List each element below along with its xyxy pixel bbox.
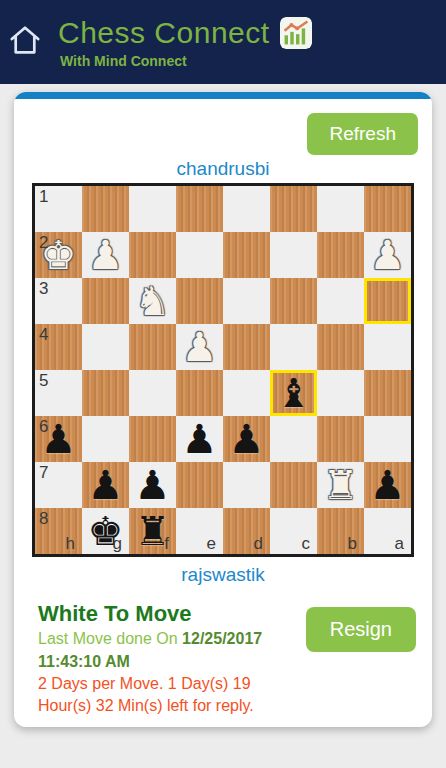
square-b7[interactable]: ♜ bbox=[317, 462, 364, 508]
square-d8[interactable]: d bbox=[223, 508, 270, 554]
square-c7[interactable] bbox=[270, 462, 317, 508]
square-h7[interactable]: 7 bbox=[35, 462, 82, 508]
square-b5[interactable] bbox=[317, 370, 364, 416]
square-c2[interactable] bbox=[270, 232, 317, 278]
chess-board: 12♚♟♟3♞4♟5♝6♟♟♟7♟♟♜♟8hg♚f♜edcba bbox=[32, 183, 414, 557]
rank-label-4: 4 bbox=[39, 325, 48, 345]
app-header: Chess Connect With Mind Connect bbox=[0, 0, 446, 84]
square-c5[interactable]: ♝ bbox=[270, 370, 317, 416]
square-e6[interactable]: ♟ bbox=[176, 416, 223, 462]
square-h4[interactable]: 4 bbox=[35, 324, 82, 370]
black-pawn-piece: ♟ bbox=[135, 465, 171, 505]
square-f7[interactable]: ♟ bbox=[129, 462, 176, 508]
file-label-f: f bbox=[164, 534, 169, 554]
square-b3[interactable] bbox=[317, 278, 364, 324]
file-label-h: h bbox=[66, 534, 75, 554]
file-label-g: g bbox=[113, 534, 122, 554]
square-f4[interactable] bbox=[129, 324, 176, 370]
square-f6[interactable] bbox=[129, 416, 176, 462]
square-g8[interactable]: g♚ bbox=[82, 508, 129, 554]
square-g7[interactable]: ♟ bbox=[82, 462, 129, 508]
square-a1[interactable] bbox=[364, 186, 411, 232]
square-b2[interactable] bbox=[317, 232, 364, 278]
file-label-e: e bbox=[207, 534, 216, 554]
resign-button[interactable]: Resign bbox=[306, 607, 416, 652]
stats-chart-icon bbox=[280, 17, 312, 49]
time-remaining-text: 2 Days per Move. 1 Day(s) 19 Hour(s) 32 … bbox=[38, 673, 306, 717]
square-f3[interactable]: ♞ bbox=[129, 278, 176, 324]
white-pawn-piece: ♟ bbox=[182, 327, 218, 367]
black-pawn-piece: ♟ bbox=[370, 465, 406, 505]
square-f5[interactable] bbox=[129, 370, 176, 416]
square-e1[interactable] bbox=[176, 186, 223, 232]
file-label-d: d bbox=[254, 534, 263, 554]
square-b6[interactable] bbox=[317, 416, 364, 462]
square-d4[interactable] bbox=[223, 324, 270, 370]
square-a8[interactable]: a bbox=[364, 508, 411, 554]
square-d2[interactable] bbox=[223, 232, 270, 278]
last-move-info: Last Move done On 12/25/2017 11:43:10 AM bbox=[38, 627, 306, 673]
square-a5[interactable] bbox=[364, 370, 411, 416]
square-a2[interactable]: ♟ bbox=[364, 232, 411, 278]
rank-label-3: 3 bbox=[39, 279, 48, 299]
refresh-button[interactable]: Refresh bbox=[307, 113, 418, 155]
square-h5[interactable]: 5 bbox=[35, 370, 82, 416]
square-g2[interactable]: ♟ bbox=[82, 232, 129, 278]
square-c1[interactable] bbox=[270, 186, 317, 232]
home-button[interactable] bbox=[0, 0, 50, 84]
square-b1[interactable] bbox=[317, 186, 364, 232]
square-d3[interactable] bbox=[223, 278, 270, 324]
square-a6[interactable] bbox=[364, 416, 411, 462]
square-b4[interactable] bbox=[317, 324, 364, 370]
square-e5[interactable] bbox=[176, 370, 223, 416]
game-card: Refresh chandrusbi 12♚♟♟3♞4♟5♝6♟♟♟7♟♟♜♟8… bbox=[14, 92, 432, 727]
square-c6[interactable] bbox=[270, 416, 317, 462]
square-c8[interactable]: c bbox=[270, 508, 317, 554]
file-label-a: a bbox=[395, 534, 404, 554]
square-e3[interactable] bbox=[176, 278, 223, 324]
white-pawn-piece: ♟ bbox=[88, 235, 124, 275]
opponent-name: chandrusbi bbox=[14, 157, 432, 181]
square-d6[interactable]: ♟ bbox=[223, 416, 270, 462]
app-subtitle: With Mind Connect bbox=[60, 53, 312, 69]
app-title: Chess Connect bbox=[58, 16, 270, 50]
rank-label-8: 8 bbox=[39, 509, 48, 529]
square-f8[interactable]: f♜ bbox=[129, 508, 176, 554]
square-e7[interactable] bbox=[176, 462, 223, 508]
square-g3[interactable] bbox=[82, 278, 129, 324]
rank-label-5: 5 bbox=[39, 371, 48, 391]
square-d5[interactable] bbox=[223, 370, 270, 416]
black-bishop-piece: ♝ bbox=[276, 373, 312, 413]
rank-label-7: 7 bbox=[39, 463, 48, 483]
last-move-label: Last Move done On bbox=[38, 630, 178, 647]
rank-label-2: 2 bbox=[39, 233, 48, 253]
square-d1[interactable] bbox=[223, 186, 270, 232]
rank-label-1: 1 bbox=[39, 187, 48, 207]
white-pawn-piece: ♟ bbox=[370, 235, 406, 275]
turn-indicator: White To Move bbox=[38, 601, 306, 627]
white-rook-piece: ♜ bbox=[323, 465, 359, 505]
home-icon bbox=[7, 22, 43, 62]
square-f1[interactable] bbox=[129, 186, 176, 232]
card-top-accent bbox=[14, 92, 432, 99]
square-c3[interactable] bbox=[270, 278, 317, 324]
white-knight-piece: ♞ bbox=[135, 281, 171, 321]
square-d7[interactable] bbox=[223, 462, 270, 508]
square-g4[interactable] bbox=[82, 324, 129, 370]
square-h3[interactable]: 3 bbox=[35, 278, 82, 324]
square-g1[interactable] bbox=[82, 186, 129, 232]
square-h8[interactable]: 8h bbox=[35, 508, 82, 554]
black-pawn-piece: ♟ bbox=[182, 419, 218, 459]
black-pawn-piece: ♟ bbox=[229, 419, 265, 459]
square-e8[interactable]: e bbox=[176, 508, 223, 554]
file-label-b: b bbox=[348, 534, 357, 554]
square-e2[interactable] bbox=[176, 232, 223, 278]
square-g5[interactable] bbox=[82, 370, 129, 416]
file-label-c: c bbox=[302, 534, 311, 554]
square-h6[interactable]: 6♟ bbox=[35, 416, 82, 462]
square-b8[interactable]: b bbox=[317, 508, 364, 554]
square-a4[interactable] bbox=[364, 324, 411, 370]
square-e4[interactable]: ♟ bbox=[176, 324, 223, 370]
player-name: rajswastik bbox=[14, 563, 432, 587]
square-g6[interactable] bbox=[82, 416, 129, 462]
square-c4[interactable] bbox=[270, 324, 317, 370]
square-h2[interactable]: 2♚ bbox=[35, 232, 82, 278]
square-a7[interactable]: ♟ bbox=[364, 462, 411, 508]
square-f2[interactable] bbox=[129, 232, 176, 278]
rank-label-6: 6 bbox=[39, 417, 48, 437]
square-h1[interactable]: 1 bbox=[35, 186, 82, 232]
black-pawn-piece: ♟ bbox=[88, 465, 124, 505]
square-a3[interactable] bbox=[364, 278, 411, 324]
